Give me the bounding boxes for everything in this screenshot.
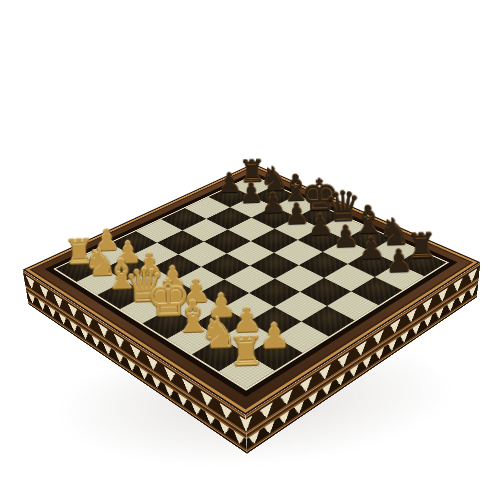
board-3d: ♜♞♝♚♛♝♞♜♟♟♟♟♟♟♟♟♟♟♟♟♟♟♟♟♜♞♝♛♚♝♞♜ (22, 163, 480, 415)
product-photo: ♜♞♝♚♛♝♞♜♟♟♟♟♟♟♟♟♟♟♟♟♟♟♟♟♜♞♝♛♚♝♞♜ (0, 0, 500, 500)
chess-set: ♜♞♝♚♛♝♞♜♟♟♟♟♟♟♟♟♟♟♟♟♟♟♟♟♜♞♝♛♚♝♞♜ (82, 98, 417, 433)
square-e5 (250, 253, 299, 279)
square-g7: ♟ (348, 251, 397, 277)
perspective-wrapper: ♜♞♝♚♛♝♞♜♟♟♟♟♟♟♟♟♟♟♟♟♟♟♟♟♜♞♝♛♚♝♞♜ (82, 98, 417, 433)
